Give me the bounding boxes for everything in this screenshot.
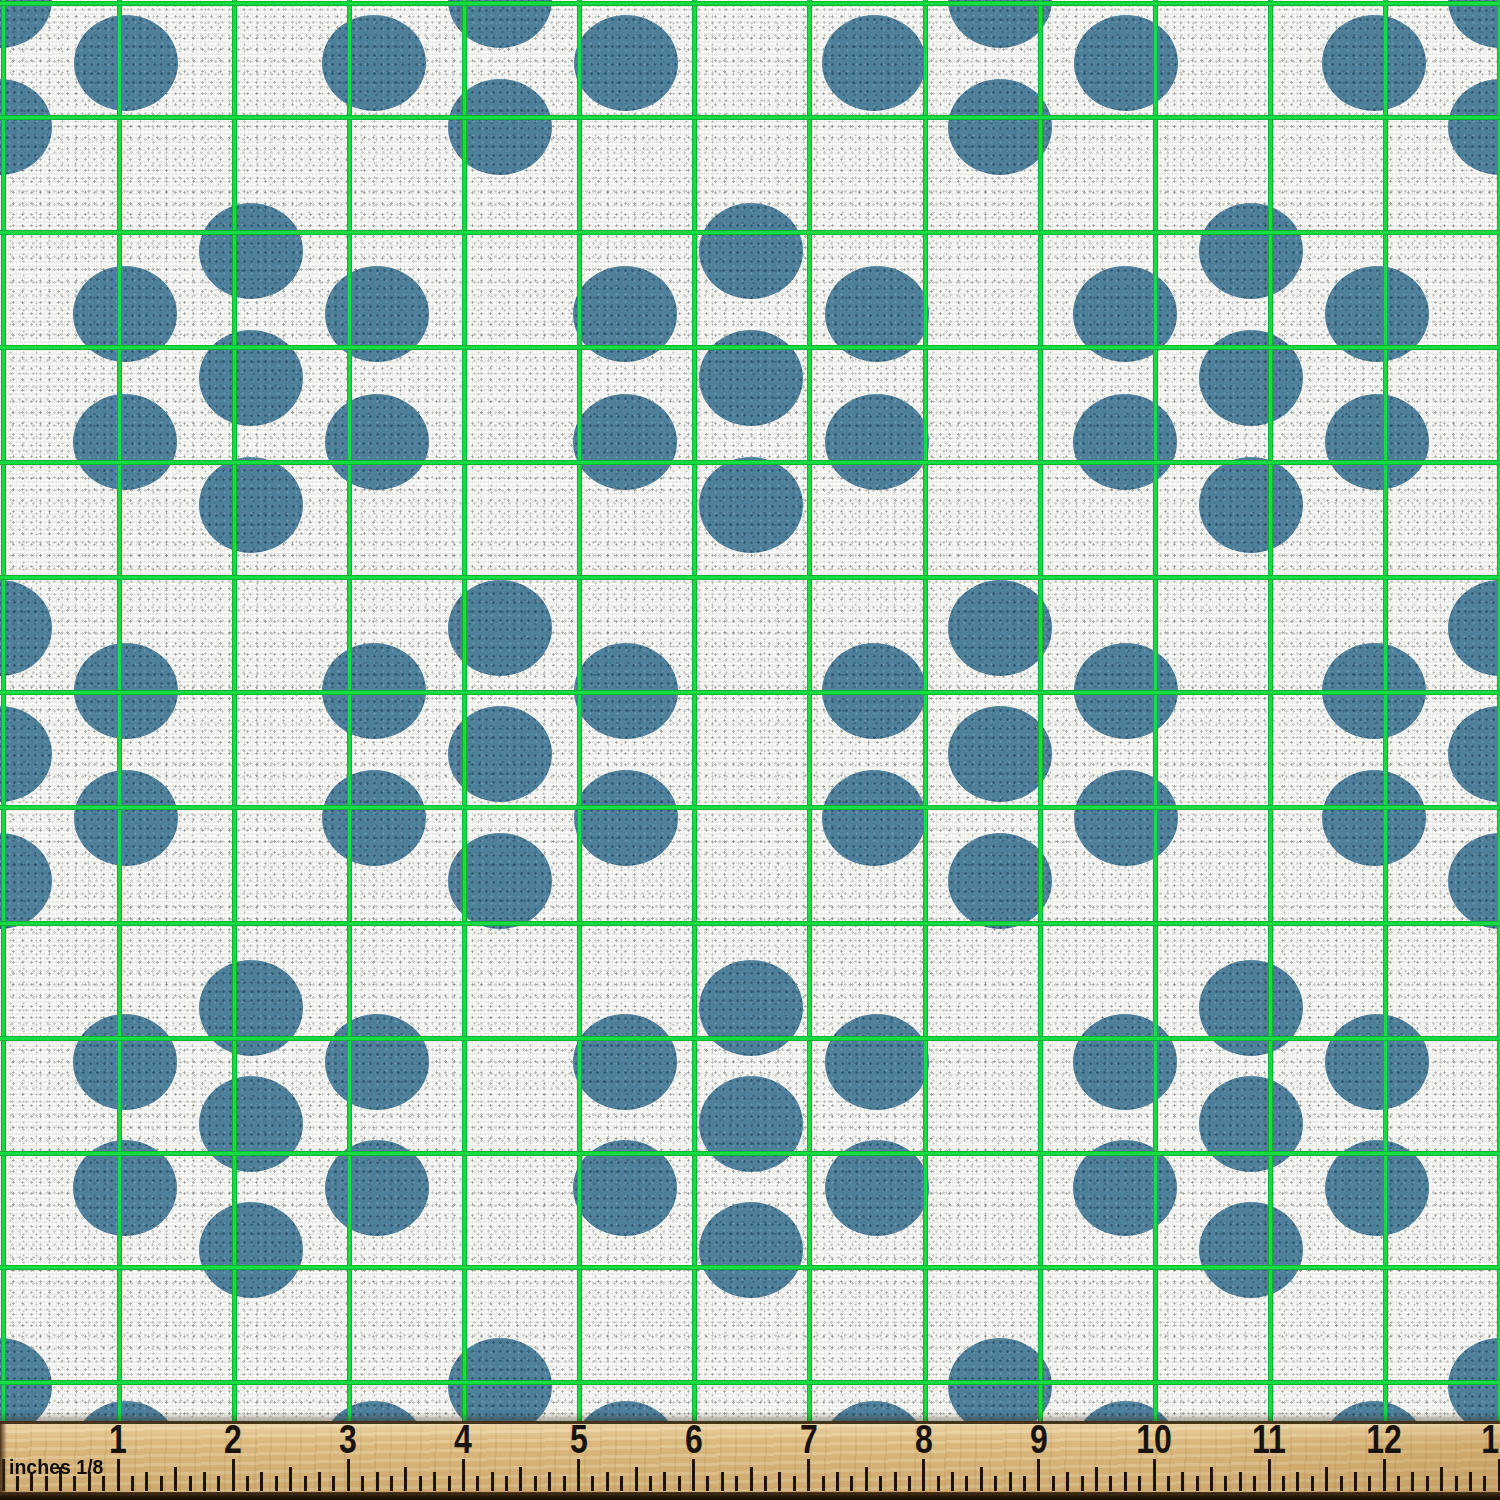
polka-dot (574, 1401, 678, 1421)
polka-dot (199, 457, 303, 553)
grid-line-vertical (347, 0, 352, 1421)
ruler-tick-eighth (735, 1476, 738, 1491)
ruler-tick-half-inch (174, 1467, 177, 1491)
ruler-tick-eighth (908, 1476, 911, 1491)
polka-dot (74, 1401, 178, 1421)
grid-line-horizontal (0, 1265, 1500, 1270)
polka-dot (199, 1202, 303, 1298)
ruler-tick-eighth (419, 1476, 422, 1491)
ruler-tick-quarter-inch (145, 1472, 148, 1491)
ruler-tick-half-inch (404, 1467, 407, 1491)
ruler-tick-eighth (275, 1476, 278, 1491)
grid-line-vertical (1268, 0, 1273, 1421)
polka-dot (699, 1076, 803, 1172)
ruler-number: 9 (1030, 1423, 1048, 1455)
polka-dot (1322, 1401, 1426, 1421)
ruler-tick-inch (577, 1459, 580, 1491)
ruler-tick-quarter-inch (1296, 1472, 1299, 1491)
polka-dot (1199, 960, 1303, 1056)
grid-line-vertical (117, 0, 122, 1421)
ruler-tick-quarter-inch (951, 1472, 954, 1491)
ruler-tick-eighth (591, 1476, 594, 1491)
polka-dot (1199, 1076, 1303, 1172)
ruler-tick-eighth (1224, 1476, 1227, 1491)
ruler-tick-eighth (965, 1476, 968, 1491)
ruler-tick-eighth (1455, 1476, 1458, 1491)
grid-line-horizontal (0, 921, 1500, 926)
ruler-tick-inch (922, 1459, 925, 1491)
ruler-tick-eighth (160, 1476, 163, 1491)
polka-dot (73, 394, 177, 490)
polka-dot (1073, 1014, 1177, 1110)
polka-dot (699, 960, 803, 1056)
polka-dot (74, 15, 178, 111)
ruler-tick-eighth (189, 1476, 192, 1491)
ruler-tick-eighth (822, 1476, 825, 1491)
ruler-tick-half-inch (59, 1467, 62, 1491)
polka-dot (0, 833, 52, 929)
ruler-tick-eighth (563, 1476, 566, 1491)
ruler-tick-quarter-inch (1411, 1472, 1414, 1491)
ruler-tick-eighth (361, 1476, 364, 1491)
ruler-tick-inch (692, 1459, 695, 1491)
ruler-tick-quarter-inch (548, 1472, 551, 1491)
ruler-number: 11 (1252, 1423, 1286, 1455)
ruler-tick-eighth (1368, 1476, 1371, 1491)
ruler-tick-eighth (1023, 1476, 1026, 1491)
ruler-tick-eighth (131, 1476, 134, 1491)
polka-dot (1199, 1202, 1303, 1298)
polka-dot (699, 203, 803, 299)
polka-dot (1073, 394, 1177, 490)
ruler-bottom-edge (0, 1492, 1500, 1500)
ruler-number: 2 (224, 1423, 242, 1455)
ruler-tick-eighth (246, 1476, 249, 1491)
polka-dot (0, 79, 52, 175)
ruler-number: 1 (109, 1423, 127, 1455)
ruler-tick-eighth (102, 1476, 105, 1491)
ruler-tick-eighth (706, 1476, 709, 1491)
ruler-tick-inch (1153, 1459, 1156, 1491)
ruler-tick-eighth (16, 1476, 19, 1491)
polka-dot (948, 79, 1052, 175)
polka-dot (1448, 79, 1500, 175)
ruler-tick-quarter-inch (1066, 1472, 1069, 1491)
ruler-tick-quarter-inch (836, 1472, 839, 1491)
ruler-tick-quarter-inch (894, 1472, 897, 1491)
ruler-tick-eighth (793, 1476, 796, 1491)
ruler-tick-eighth (764, 1476, 767, 1491)
ruler-tick-eighth (390, 1476, 393, 1491)
ruler-tick-eighth (217, 1476, 220, 1491)
ruler-tick-quarter-inch (1354, 1472, 1357, 1491)
ruler-number: 7 (800, 1423, 818, 1455)
ruler-tick-inch (1037, 1459, 1040, 1491)
ruler-tick-eighth (994, 1476, 997, 1491)
ruler-tick-quarter-inch (376, 1472, 379, 1491)
polka-dot (1448, 706, 1500, 802)
ruler-tick-quarter-inch (606, 1472, 609, 1491)
ruler-tick-eighth (1081, 1476, 1084, 1491)
ruler-tick-inch (347, 1459, 350, 1491)
ruler-tick-quarter-inch (1009, 1472, 1012, 1491)
ruler-tick-eighth (1052, 1476, 1055, 1491)
ruler-tick-eighth (678, 1476, 681, 1491)
ruler-tick-quarter-inch (203, 1472, 206, 1491)
ruler-tick-half-inch (1210, 1467, 1213, 1491)
ruler-tick-half-inch (750, 1467, 753, 1491)
grid-line-horizontal (0, 115, 1500, 120)
polka-dot (74, 770, 178, 866)
polka-dot (822, 15, 926, 111)
grid-line-horizontal (0, 230, 1500, 235)
grid-line-vertical (1153, 0, 1158, 1421)
ruler-tick-quarter-inch (663, 1472, 666, 1491)
polka-dot (199, 960, 303, 1056)
polka-dot (73, 1014, 177, 1110)
polka-dot (948, 0, 1052, 48)
grid-line-horizontal (0, 1, 1500, 6)
grid-line-vertical (1038, 0, 1043, 1421)
polka-dot (1199, 203, 1303, 299)
fabric-texture (0, 0, 1500, 1421)
grid-line-horizontal (0, 345, 1500, 350)
polka-dot (1074, 15, 1178, 111)
ruler-tick-eighth (620, 1476, 623, 1491)
ruler-tick-quarter-inch (30, 1472, 33, 1491)
ruler-tick-half-inch (635, 1467, 638, 1491)
ruler-tick-inch (1383, 1459, 1386, 1491)
polka-dot (325, 394, 429, 490)
polka-dot (1448, 580, 1500, 676)
grid-line-horizontal (0, 1151, 1500, 1156)
ruler-tick-quarter-inch (260, 1472, 263, 1491)
polka-dot (322, 1401, 426, 1421)
polka-dot (1074, 770, 1178, 866)
grid-line-horizontal (0, 1380, 1500, 1385)
polka-dot (1325, 1014, 1429, 1110)
ruler-tick-eighth (476, 1476, 479, 1491)
polka-dot (1322, 15, 1426, 111)
ruler-number: 6 (685, 1423, 703, 1455)
ruler-tick-eighth (534, 1476, 537, 1491)
grid-line-horizontal (0, 460, 1500, 465)
polka-dot (1322, 770, 1426, 866)
ruler-tick-eighth (1340, 1476, 1343, 1491)
ruler-tick-eighth (1282, 1476, 1285, 1491)
polka-dot (573, 1014, 677, 1110)
polka-dot (574, 770, 678, 866)
ruler-tick-eighth (1426, 1476, 1429, 1491)
grid-line-horizontal (0, 805, 1500, 810)
polka-dot (1199, 457, 1303, 553)
grid-line-vertical (462, 0, 467, 1421)
polka-dot (0, 580, 52, 676)
ruler-tick-inch (117, 1459, 120, 1491)
ruler-tick-quarter-inch (1469, 1472, 1472, 1491)
grid-line-horizontal (0, 690, 1500, 695)
ruler-number: 4 (454, 1423, 472, 1455)
polka-dot (948, 580, 1052, 676)
polka-dot (573, 394, 677, 490)
ruler-tick-eighth (73, 1476, 76, 1491)
ruler-number: 3 (339, 1423, 357, 1455)
wooden-ruler: inches 1/8 12345678910111213 (0, 1421, 1500, 1500)
ruler-left-edge (0, 1421, 7, 1500)
ruler-tick-eighth (1311, 1476, 1314, 1491)
polka-dot (699, 1202, 803, 1298)
polka-dot (1325, 394, 1429, 490)
polka-dot (822, 1401, 926, 1421)
ruler-tick-half-inch (519, 1467, 522, 1491)
ruler-tick-quarter-inch (1181, 1472, 1184, 1491)
ruler-tick-eighth (1253, 1476, 1256, 1491)
polka-dot (0, 0, 52, 48)
polka-dot (322, 770, 426, 866)
polka-dot (322, 15, 426, 111)
polka-dot (699, 457, 803, 553)
grid-line-vertical (923, 0, 928, 1421)
ruler-tick-eighth (304, 1476, 307, 1491)
polka-dot (0, 706, 52, 802)
polka-dot (1448, 0, 1500, 48)
ruler-tick-quarter-inch (778, 1472, 781, 1491)
grid-line-vertical (232, 0, 237, 1421)
ruler-tick-eighth (332, 1476, 335, 1491)
ruler-tick-eighth (505, 1476, 508, 1491)
grid-line-horizontal (0, 575, 1500, 580)
ruler-tick-half-inch (865, 1467, 868, 1491)
ruler-tick-eighth (45, 1476, 48, 1491)
polka-dot (199, 1076, 303, 1172)
grid-line-vertical (692, 0, 697, 1421)
ruler-tick-eighth (1109, 1476, 1112, 1491)
ruler-number: 10 (1136, 1423, 1172, 1455)
ruler-tick-quarter-inch (1239, 1472, 1242, 1491)
ruler-tick-inch (1268, 1459, 1271, 1491)
ruler-number: 5 (570, 1423, 588, 1455)
ruler-tick-quarter-inch (88, 1472, 91, 1491)
ruler-tick-eighth (850, 1476, 853, 1491)
grid-line-vertical (577, 0, 582, 1421)
polka-dot (825, 394, 929, 490)
ruler-tick-inch (807, 1459, 810, 1491)
ruler-tick-eighth (879, 1476, 882, 1491)
ruler-number: 12 (1366, 1423, 1402, 1455)
ruler-tick-eighth (1167, 1476, 1170, 1491)
polka-dot (948, 833, 1052, 929)
ruler-tick-eighth (649, 1476, 652, 1491)
ruler-tick-inch (462, 1459, 465, 1491)
fabric-swatch-photo: inches 1/8 12345678910111213 (0, 0, 1500, 1500)
polka-dot (825, 1014, 929, 1110)
ruler-tick-quarter-inch (1124, 1472, 1127, 1491)
polka-dot (199, 203, 303, 299)
polka-dot (822, 770, 926, 866)
ruler-tick-quarter-inch (433, 1472, 436, 1491)
polka-dot (1448, 833, 1500, 929)
grid-line-horizontal (0, 1036, 1500, 1041)
ruler-tick-half-inch (1440, 1467, 1443, 1491)
ruler-tick-eighth (1196, 1476, 1199, 1491)
ruler-tick-half-inch (980, 1467, 983, 1491)
ruler-tick-half-inch (1095, 1467, 1098, 1491)
ruler-tick-eighth (937, 1476, 940, 1491)
ruler-number: 8 (915, 1423, 933, 1455)
ruler-tick-eighth (448, 1476, 451, 1491)
ruler-tick-half-inch (1325, 1467, 1328, 1491)
polka-dot (325, 1014, 429, 1110)
grid-line-vertical (1, 0, 6, 1421)
polka-dot (948, 706, 1052, 802)
polka-dot (1074, 1401, 1178, 1421)
ruler-tick-quarter-inch (721, 1472, 724, 1491)
ruler-tick-eighth (1483, 1476, 1486, 1491)
ruler-number: 13 (1481, 1423, 1500, 1455)
grid-line-vertical (807, 0, 812, 1421)
polka-dot (574, 15, 678, 111)
ruler-tick-eighth (1138, 1476, 1141, 1491)
ruler-tick-quarter-inch (491, 1472, 494, 1491)
ruler-tick-half-inch (289, 1467, 292, 1491)
ruler-tick-quarter-inch (318, 1472, 321, 1491)
ruler-tick-inch (232, 1459, 235, 1491)
grid-line-vertical (1383, 0, 1388, 1421)
ruler-tick-eighth (1397, 1476, 1400, 1491)
